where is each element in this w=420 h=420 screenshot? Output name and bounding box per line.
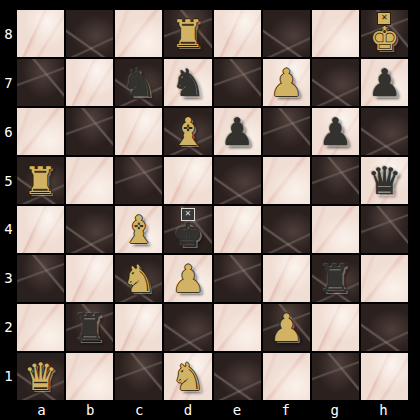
square-g2[interactable] [312, 304, 359, 351]
square-e3[interactable] [214, 255, 261, 302]
square-a1[interactable]: ♛ [17, 353, 64, 400]
square-g1[interactable] [312, 353, 359, 400]
white-pawn-f7[interactable]: ♟ [269, 61, 303, 105]
square-e2[interactable] [214, 304, 261, 351]
square-a6[interactable] [17, 108, 64, 155]
rank-label-5: 5 [0, 156, 17, 205]
black-king-d4[interactable]: ♚ [173, 217, 203, 253]
square-b4[interactable] [66, 206, 113, 253]
black-rook-g3[interactable]: ♜ [318, 257, 352, 301]
square-g3[interactable]: ♜ [312, 255, 359, 302]
white-knight-c3[interactable]: ♞ [122, 257, 156, 301]
black-pawn-h7[interactable]: ♟ [367, 61, 401, 105]
square-a4[interactable] [17, 206, 64, 253]
rank-labels: 87654321 [0, 10, 17, 400]
square-f3[interactable] [263, 255, 310, 302]
square-g8[interactable] [312, 10, 359, 57]
white-queen-a1[interactable]: ♛ [24, 355, 58, 399]
file-label-e: e [213, 400, 262, 420]
square-c7[interactable]: ♞ [115, 59, 162, 106]
square-b2[interactable]: ♜ [66, 304, 113, 351]
rank-label-3: 3 [0, 254, 17, 303]
square-d6[interactable]: ♝ [164, 108, 211, 155]
black-queen-h5[interactable]: ♛ [367, 159, 401, 203]
chess-app-screen: 87654321 ♜♚✕♞♞♟♟♝♟♟♜♛♝♚✕♞♟♜♜♟♛♞ abcdefgh [0, 0, 420, 420]
square-d7[interactable]: ♞ [164, 59, 211, 106]
square-h7[interactable]: ♟ [361, 59, 408, 106]
rank-label-8: 8 [0, 10, 17, 59]
square-b8[interactable] [66, 10, 113, 57]
file-label-f: f [261, 400, 310, 420]
square-b3[interactable] [66, 255, 113, 302]
square-g5[interactable] [312, 157, 359, 204]
square-e4[interactable] [214, 206, 261, 253]
square-f7[interactable]: ♟ [263, 59, 310, 106]
white-rook-d8[interactable]: ♜ [171, 12, 205, 56]
square-a5[interactable]: ♜ [17, 157, 64, 204]
square-b5[interactable] [66, 157, 113, 204]
black-rook-b2[interactable]: ♜ [73, 306, 107, 350]
square-c4[interactable]: ♝ [115, 206, 162, 253]
square-e5[interactable] [214, 157, 261, 204]
square-h1[interactable] [361, 353, 408, 400]
rank-label-1: 1 [0, 351, 17, 400]
square-h6[interactable] [361, 108, 408, 155]
square-g7[interactable] [312, 59, 359, 106]
square-e8[interactable] [214, 10, 261, 57]
white-king-h8[interactable]: ♚ [370, 21, 400, 57]
square-a3[interactable] [17, 255, 64, 302]
white-bishop-d6[interactable]: ♝ [171, 110, 205, 154]
square-g4[interactable] [312, 206, 359, 253]
square-e7[interactable] [214, 59, 261, 106]
file-labels: abcdefgh [17, 400, 408, 420]
square-f5[interactable] [263, 157, 310, 204]
black-pawn-g6[interactable]: ♟ [318, 110, 352, 154]
chess-board: ♜♚✕♞♞♟♟♝♟♟♜♛♝♚✕♞♟♜♜♟♛♞ [17, 10, 408, 400]
square-c8[interactable] [115, 10, 162, 57]
square-d1[interactable]: ♞ [164, 353, 211, 400]
square-d5[interactable] [164, 157, 211, 204]
square-f1[interactable] [263, 353, 310, 400]
square-a2[interactable] [17, 304, 64, 351]
square-f6[interactable] [263, 108, 310, 155]
square-h8[interactable]: ♚✕ [361, 10, 408, 57]
square-b7[interactable] [66, 59, 113, 106]
square-h2[interactable] [361, 304, 408, 351]
black-pawn-e6[interactable]: ♟ [220, 110, 254, 154]
rank-label-2: 2 [0, 303, 17, 352]
file-label-g: g [310, 400, 359, 420]
square-c6[interactable] [115, 108, 162, 155]
square-c2[interactable] [115, 304, 162, 351]
square-h5[interactable]: ♛ [361, 157, 408, 204]
square-h4[interactable] [361, 206, 408, 253]
square-d4[interactable]: ♚✕ [164, 206, 211, 253]
square-e1[interactable] [214, 353, 261, 400]
white-pawn-f2[interactable]: ♟ [269, 306, 303, 350]
file-label-c: c [115, 400, 164, 420]
black-knight-d7[interactable]: ♞ [171, 61, 205, 105]
white-bishop-c4[interactable]: ♝ [122, 208, 156, 252]
square-b1[interactable] [66, 353, 113, 400]
square-a7[interactable] [17, 59, 64, 106]
rank-label-6: 6 [0, 108, 17, 157]
square-h3[interactable] [361, 255, 408, 302]
square-b6[interactable] [66, 108, 113, 155]
square-e6[interactable]: ♟ [214, 108, 261, 155]
file-label-a: a [17, 400, 66, 420]
square-c3[interactable]: ♞ [115, 255, 162, 302]
square-a8[interactable] [17, 10, 64, 57]
square-c1[interactable] [115, 353, 162, 400]
square-f8[interactable] [263, 10, 310, 57]
square-f2[interactable]: ♟ [263, 304, 310, 351]
king-marker-icon: ✕ [181, 208, 195, 221]
square-f4[interactable] [263, 206, 310, 253]
white-knight-d1[interactable]: ♞ [171, 355, 205, 399]
king-marker-icon: ✕ [377, 12, 391, 25]
file-label-d: d [164, 400, 213, 420]
white-rook-a5[interactable]: ♜ [24, 159, 58, 203]
rank-label-4: 4 [0, 205, 17, 254]
file-label-b: b [66, 400, 115, 420]
file-label-h: h [359, 400, 408, 420]
square-c5[interactable] [115, 157, 162, 204]
rank-label-7: 7 [0, 59, 17, 108]
black-knight-c7[interactable]: ♞ [122, 61, 156, 105]
square-d8[interactable]: ♜ [164, 10, 211, 57]
white-pawn-d3[interactable]: ♟ [171, 257, 205, 301]
square-d3[interactable]: ♟ [164, 255, 211, 302]
square-d2[interactable] [164, 304, 211, 351]
square-g6[interactable]: ♟ [312, 108, 359, 155]
